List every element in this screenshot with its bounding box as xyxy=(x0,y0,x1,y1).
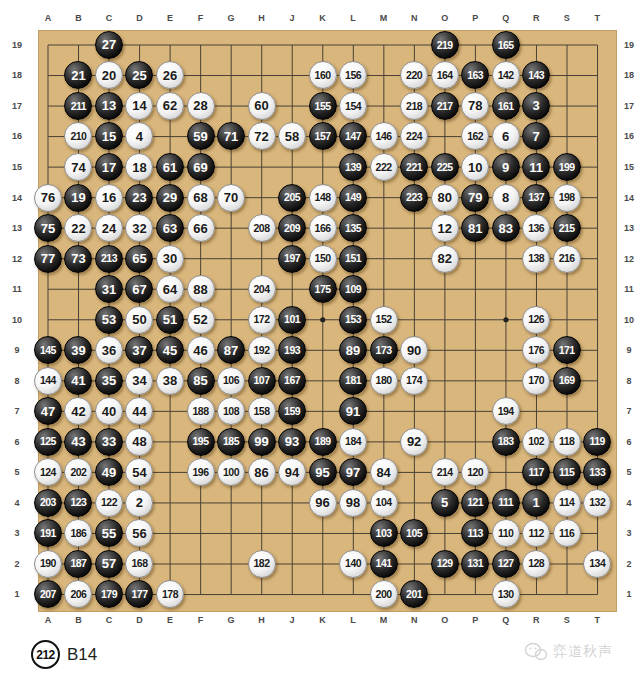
col-label-P: P xyxy=(460,12,491,24)
stone-D8-move-34[interactable]: 34 xyxy=(125,367,153,395)
stone-C18-move-20[interactable]: 20 xyxy=(95,61,123,89)
move-number: 21 xyxy=(71,69,85,82)
stone-P18-move-163[interactable]: 163 xyxy=(461,61,489,89)
stone-L6-move-184[interactable]: 184 xyxy=(339,428,367,456)
stone-Q15-move-9[interactable]: 9 xyxy=(492,153,520,181)
move-number: 96 xyxy=(315,496,329,509)
stone-S9-move-171[interactable]: 171 xyxy=(553,336,581,364)
move-number: 81 xyxy=(468,222,482,235)
stone-N8-move-174[interactable]: 174 xyxy=(400,367,428,395)
stone-J14-move-205[interactable]: 205 xyxy=(278,184,306,212)
move-number: 183 xyxy=(498,436,514,447)
stone-S12-move-216[interactable]: 216 xyxy=(553,245,581,273)
stone-R15-move-11[interactable]: 11 xyxy=(522,153,550,181)
stone-Q18-move-142[interactable]: 142 xyxy=(492,61,520,89)
stone-C15-move-17[interactable]: 17 xyxy=(95,153,123,181)
stone-E9-move-45[interactable]: 45 xyxy=(156,336,184,364)
stone-B4-move-123[interactable]: 123 xyxy=(64,489,92,517)
move-number: 95 xyxy=(315,466,329,479)
stone-A6-move-125[interactable]: 125 xyxy=(34,428,62,456)
stone-E12-move-30[interactable]: 30 xyxy=(156,245,184,273)
stone-J9-move-193[interactable]: 193 xyxy=(278,336,306,364)
stone-T6-move-119[interactable]: 119 xyxy=(583,428,611,456)
stone-F8-move-85[interactable]: 85 xyxy=(187,367,215,395)
move-number: 7 xyxy=(533,130,540,143)
stone-P5-move-120[interactable]: 120 xyxy=(461,458,489,486)
stone-E15-move-61[interactable]: 61 xyxy=(156,153,184,181)
stone-R13-move-136[interactable]: 136 xyxy=(522,214,550,242)
stone-E14-move-29[interactable]: 29 xyxy=(156,184,184,212)
stone-T2-move-134[interactable]: 134 xyxy=(583,550,611,578)
stone-K14-move-148[interactable]: 148 xyxy=(309,184,337,212)
stone-A1-move-207[interactable]: 207 xyxy=(34,580,62,608)
stone-C6-move-33[interactable]: 33 xyxy=(95,428,123,456)
stone-Q13-move-83[interactable]: 83 xyxy=(492,214,520,242)
stone-N14-move-223[interactable]: 223 xyxy=(400,184,428,212)
col-label-Q: Q xyxy=(490,614,521,626)
stone-B16-move-210[interactable]: 210 xyxy=(64,122,92,150)
row-label-9: 9 xyxy=(5,335,29,366)
stone-B1-move-206[interactable]: 206 xyxy=(64,580,92,608)
move-number: 155 xyxy=(315,101,331,112)
stone-F16-move-59[interactable]: 59 xyxy=(187,122,215,150)
move-number: 43 xyxy=(71,435,85,448)
stone-N18-move-220[interactable]: 220 xyxy=(400,61,428,89)
row-label-10: 10 xyxy=(5,304,29,335)
move-number: 179 xyxy=(101,589,117,600)
stone-C10-move-53[interactable]: 53 xyxy=(95,306,123,334)
stone-J7-move-159[interactable]: 159 xyxy=(278,397,306,425)
move-number: 198 xyxy=(559,192,575,203)
stone-P14-move-79[interactable]: 79 xyxy=(461,184,489,212)
stone-L13-move-135[interactable]: 135 xyxy=(339,214,367,242)
stone-L16-move-147[interactable]: 147 xyxy=(339,122,367,150)
stone-B5-move-202[interactable]: 202 xyxy=(64,458,92,486)
move-number: 63 xyxy=(163,222,177,235)
stone-Q7-move-194[interactable]: 194 xyxy=(492,397,520,425)
stone-C9-move-36[interactable]: 36 xyxy=(95,336,123,364)
stone-K6-move-189[interactable]: 189 xyxy=(309,428,337,456)
stone-D16-move-4[interactable]: 4 xyxy=(125,122,153,150)
move-number: 197 xyxy=(284,253,300,264)
stone-O17-move-217[interactable]: 217 xyxy=(431,92,459,120)
stone-Q14-move-8[interactable]: 8 xyxy=(492,184,520,212)
stone-M1-move-200[interactable]: 200 xyxy=(370,580,398,608)
stone-B7-move-42[interactable]: 42 xyxy=(64,397,92,425)
stone-O19-move-219[interactable]: 219 xyxy=(431,31,459,59)
stone-J5-move-94[interactable]: 94 xyxy=(278,458,306,486)
stone-C14-move-16[interactable]: 16 xyxy=(95,184,123,212)
stone-H11-move-204[interactable]: 204 xyxy=(248,275,276,303)
stone-J13-move-209[interactable]: 209 xyxy=(278,214,306,242)
col-label-N: N xyxy=(399,12,430,24)
stone-D17-move-14[interactable]: 14 xyxy=(125,92,153,120)
stone-H7-move-158[interactable]: 158 xyxy=(248,397,276,425)
stone-F17-move-28[interactable]: 28 xyxy=(187,92,215,120)
stone-Q19-move-165[interactable]: 165 xyxy=(492,31,520,59)
stone-L15-move-139[interactable]: 139 xyxy=(339,153,367,181)
stone-S4-move-114[interactable]: 114 xyxy=(553,489,581,517)
stone-A8-move-144[interactable]: 144 xyxy=(34,367,62,395)
stone-H10-move-172[interactable]: 172 xyxy=(248,306,276,334)
stone-A3-move-191[interactable]: 191 xyxy=(34,519,62,547)
stone-Q16-move-6[interactable]: 6 xyxy=(492,122,520,150)
stone-M10-move-152[interactable]: 152 xyxy=(370,306,398,334)
col-label-O: O xyxy=(429,12,460,24)
stone-L8-move-181[interactable]: 181 xyxy=(339,367,367,395)
stone-R5-move-117[interactable]: 117 xyxy=(522,458,550,486)
stone-A7-move-47[interactable]: 47 xyxy=(34,397,62,425)
stone-C11-move-31[interactable]: 31 xyxy=(95,275,123,303)
stone-E11-move-64[interactable]: 64 xyxy=(156,275,184,303)
move-number: 89 xyxy=(346,344,360,357)
stone-R10-move-126[interactable]: 126 xyxy=(522,306,550,334)
stone-O14-move-80[interactable]: 80 xyxy=(431,184,459,212)
stone-O18-move-164[interactable]: 164 xyxy=(431,61,459,89)
move-number: 33 xyxy=(102,435,116,448)
stone-D1-move-177[interactable]: 177 xyxy=(125,580,153,608)
stone-R6-move-102[interactable]: 102 xyxy=(522,428,550,456)
stone-R9-move-176[interactable]: 176 xyxy=(522,336,550,364)
stone-P2-move-131[interactable]: 131 xyxy=(461,550,489,578)
move-number: 142 xyxy=(498,70,514,81)
stone-D15-move-18[interactable]: 18 xyxy=(125,153,153,181)
stone-E10-move-51[interactable]: 51 xyxy=(156,306,184,334)
move-number: 125 xyxy=(40,436,56,447)
move-number: 224 xyxy=(406,131,422,142)
stone-J12-move-197[interactable]: 197 xyxy=(278,245,306,273)
move-number: 36 xyxy=(102,344,116,357)
stone-R12-move-138[interactable]: 138 xyxy=(522,245,550,273)
stone-D10-move-50[interactable]: 50 xyxy=(125,306,153,334)
move-number: 173 xyxy=(376,345,392,356)
stone-H9-move-192[interactable]: 192 xyxy=(248,336,276,364)
stone-B13-move-22[interactable]: 22 xyxy=(64,214,92,242)
move-number: 90 xyxy=(407,344,421,357)
stone-C3-move-55[interactable]: 55 xyxy=(95,519,123,547)
annotation-white-stone: 212 xyxy=(31,640,60,669)
stone-P15-move-10[interactable]: 10 xyxy=(461,153,489,181)
row-label-16: 16 xyxy=(5,121,29,152)
stone-K13-move-166[interactable]: 166 xyxy=(309,214,337,242)
stone-C19-move-27[interactable]: 27 xyxy=(95,31,123,59)
stone-P17-move-78[interactable]: 78 xyxy=(461,92,489,120)
stone-E17-move-62[interactable]: 62 xyxy=(156,92,184,120)
stone-Q4-move-111[interactable]: 111 xyxy=(492,489,520,517)
move-number: 165 xyxy=(498,40,514,51)
stone-M4-move-104[interactable]: 104 xyxy=(370,489,398,517)
stone-K5-move-95[interactable]: 95 xyxy=(309,458,337,486)
stone-R16-move-7[interactable]: 7 xyxy=(522,122,550,150)
move-number: 113 xyxy=(467,528,482,539)
stone-S14-move-198[interactable]: 198 xyxy=(553,184,581,212)
stone-R14-move-137[interactable]: 137 xyxy=(522,184,550,212)
stone-N6-move-92[interactable]: 92 xyxy=(400,428,428,456)
stone-H6-move-99[interactable]: 99 xyxy=(248,428,276,456)
stone-B3-move-186[interactable]: 186 xyxy=(64,519,92,547)
stone-C1-move-179[interactable]: 179 xyxy=(95,580,123,608)
stone-O5-move-214[interactable]: 214 xyxy=(431,458,459,486)
move-number: 93 xyxy=(285,435,299,448)
stone-R3-move-112[interactable]: 112 xyxy=(522,519,550,547)
move-number: 119 xyxy=(589,436,604,447)
stone-N15-move-221[interactable]: 221 xyxy=(400,153,428,181)
stone-K12-move-150[interactable]: 150 xyxy=(309,245,337,273)
stone-H2-move-182[interactable]: 182 xyxy=(248,550,276,578)
stone-P3-move-113[interactable]: 113 xyxy=(461,519,489,547)
stone-P13-move-81[interactable]: 81 xyxy=(461,214,489,242)
row-label-2: 2 xyxy=(5,548,29,579)
move-number: 188 xyxy=(193,406,209,417)
stone-K16-move-157[interactable]: 157 xyxy=(309,122,337,150)
stone-P4-move-121[interactable]: 121 xyxy=(461,489,489,517)
row-label-19: 19 xyxy=(5,30,29,61)
stone-D11-move-67[interactable]: 67 xyxy=(125,275,153,303)
stone-C17-move-13[interactable]: 13 xyxy=(95,92,123,120)
stone-C8-move-35[interactable]: 35 xyxy=(95,367,123,395)
stone-T5-move-133[interactable]: 133 xyxy=(583,458,611,486)
stone-N16-move-224[interactable]: 224 xyxy=(400,122,428,150)
stone-D3-move-56[interactable]: 56 xyxy=(125,519,153,547)
row-label-7: 7 xyxy=(5,396,29,427)
stone-G14-move-70[interactable]: 70 xyxy=(217,184,245,212)
stone-K11-move-175[interactable]: 175 xyxy=(309,275,337,303)
stone-B6-move-43[interactable]: 43 xyxy=(64,428,92,456)
stone-B14-move-19[interactable]: 19 xyxy=(64,184,92,212)
stone-M8-move-180[interactable]: 180 xyxy=(370,367,398,395)
stone-D4-move-2[interactable]: 2 xyxy=(125,489,153,517)
stone-S3-move-116[interactable]: 116 xyxy=(553,519,581,547)
move-number: 100 xyxy=(223,467,239,478)
move-number: 131 xyxy=(467,558,483,569)
move-number: 34 xyxy=(132,374,146,387)
stone-E8-move-38[interactable]: 38 xyxy=(156,367,184,395)
stone-M9-move-173[interactable]: 173 xyxy=(370,336,398,364)
stone-F11-move-88[interactable]: 88 xyxy=(187,275,215,303)
stone-L2-move-140[interactable]: 140 xyxy=(339,550,367,578)
move-number: 202 xyxy=(70,467,86,478)
stone-O15-move-225[interactable]: 225 xyxy=(431,153,459,181)
stone-D7-move-44[interactable]: 44 xyxy=(125,397,153,425)
stone-L11-move-109[interactable]: 109 xyxy=(339,275,367,303)
move-number: 61 xyxy=(163,161,177,174)
move-number: 121 xyxy=(467,497,483,508)
stone-Q17-move-161[interactable]: 161 xyxy=(492,92,520,120)
stone-R2-move-128[interactable]: 128 xyxy=(522,550,550,578)
move-number: 67 xyxy=(132,283,146,296)
stone-J6-move-93[interactable]: 93 xyxy=(278,428,306,456)
stone-R17-move-3[interactable]: 3 xyxy=(522,92,550,120)
stone-G9-move-87[interactable]: 87 xyxy=(217,336,245,364)
stone-S6-move-118[interactable]: 118 xyxy=(553,428,581,456)
move-number: 206 xyxy=(70,589,86,600)
move-number: 2 xyxy=(136,496,143,509)
stone-L18-move-156[interactable]: 156 xyxy=(339,61,367,89)
stone-L14-move-149[interactable]: 149 xyxy=(339,184,367,212)
move-number: 101 xyxy=(284,314,300,325)
stone-E1-move-178[interactable]: 178 xyxy=(156,580,184,608)
stone-F10-move-52[interactable]: 52 xyxy=(187,306,215,334)
move-number: 60 xyxy=(254,99,268,112)
stone-J10-move-101[interactable]: 101 xyxy=(278,306,306,334)
row-label-5: 5 xyxy=(5,457,29,488)
col-label-A: A xyxy=(33,12,64,24)
stone-A14-move-76[interactable]: 76 xyxy=(34,184,62,212)
move-number: 6 xyxy=(502,130,509,143)
move-number: 124 xyxy=(40,467,56,478)
stone-S5-move-115[interactable]: 115 xyxy=(553,458,581,486)
stone-D14-move-23[interactable]: 23 xyxy=(125,184,153,212)
stone-F14-move-68[interactable]: 68 xyxy=(187,184,215,212)
stone-B9-move-39[interactable]: 39 xyxy=(64,336,92,364)
move-number: 105 xyxy=(406,528,422,539)
move-number: 145 xyxy=(40,345,56,356)
stone-B12-move-73[interactable]: 73 xyxy=(64,245,92,273)
stone-L4-move-98[interactable]: 98 xyxy=(339,489,367,517)
stone-A5-move-124[interactable]: 124 xyxy=(34,458,62,486)
stone-L9-move-89[interactable]: 89 xyxy=(339,336,367,364)
stone-D2-move-168[interactable]: 168 xyxy=(125,550,153,578)
stone-K17-move-155[interactable]: 155 xyxy=(309,92,337,120)
stone-L10-move-153[interactable]: 153 xyxy=(339,306,367,334)
stone-K4-move-96[interactable]: 96 xyxy=(309,489,337,517)
stone-O13-move-12[interactable]: 12 xyxy=(431,214,459,242)
stone-M15-move-222[interactable]: 222 xyxy=(370,153,398,181)
stone-B8-move-41[interactable]: 41 xyxy=(64,367,92,395)
stone-B17-move-211[interactable]: 211 xyxy=(64,92,92,120)
stone-L7-move-91[interactable]: 91 xyxy=(339,397,367,425)
stone-N1-move-201[interactable]: 201 xyxy=(400,580,428,608)
stone-M3-move-103[interactable]: 103 xyxy=(370,519,398,547)
stone-H17-move-60[interactable]: 60 xyxy=(248,92,276,120)
stone-E18-move-26[interactable]: 26 xyxy=(156,61,184,89)
move-number: 45 xyxy=(163,344,177,357)
move-number: 41 xyxy=(71,374,85,387)
stone-E13-move-63[interactable]: 63 xyxy=(156,214,184,242)
row-label-17: 17 xyxy=(5,91,29,122)
col-label-A: A xyxy=(33,614,64,626)
stone-N17-move-218[interactable]: 218 xyxy=(400,92,428,120)
stone-O4-move-5[interactable]: 5 xyxy=(431,489,459,517)
stone-B15-move-74[interactable]: 74 xyxy=(64,153,92,181)
stone-H5-move-86[interactable]: 86 xyxy=(248,458,276,486)
stone-A2-move-190[interactable]: 190 xyxy=(34,550,62,578)
stone-M2-move-141[interactable]: 141 xyxy=(370,550,398,578)
stone-L12-move-151[interactable]: 151 xyxy=(339,245,367,273)
stone-A9-move-145[interactable]: 145 xyxy=(34,336,62,364)
stone-F5-move-196[interactable]: 196 xyxy=(187,458,215,486)
stone-S8-move-169[interactable]: 169 xyxy=(553,367,581,395)
stone-C16-move-15[interactable]: 15 xyxy=(95,122,123,150)
stone-C12-move-213[interactable]: 213 xyxy=(95,245,123,273)
stone-R4-move-1[interactable]: 1 xyxy=(522,489,550,517)
col-label-C: C xyxy=(94,12,125,24)
move-number: 76 xyxy=(41,191,55,204)
stone-G5-move-100[interactable]: 100 xyxy=(217,458,245,486)
move-number: 53 xyxy=(102,313,116,326)
stone-P16-move-162[interactable]: 162 xyxy=(461,122,489,150)
stone-B2-move-187[interactable]: 187 xyxy=(64,550,92,578)
move-number: 164 xyxy=(437,70,453,81)
stone-F7-move-188[interactable]: 188 xyxy=(187,397,215,425)
stone-J16-move-58[interactable]: 58 xyxy=(278,122,306,150)
stone-H8-move-107[interactable]: 107 xyxy=(248,367,276,395)
stone-D6-move-48[interactable]: 48 xyxy=(125,428,153,456)
move-number: 159 xyxy=(284,406,300,417)
stone-C2-move-57[interactable]: 57 xyxy=(95,550,123,578)
stone-N9-move-90[interactable]: 90 xyxy=(400,336,428,364)
stone-Q3-move-110[interactable]: 110 xyxy=(492,519,520,547)
col-label-O: O xyxy=(429,614,460,626)
move-number: 16 xyxy=(102,191,116,204)
stone-B18-move-21[interactable]: 21 xyxy=(64,61,92,89)
stone-R8-move-170[interactable]: 170 xyxy=(522,367,550,395)
stone-M16-move-146[interactable]: 146 xyxy=(370,122,398,150)
stone-S15-move-199[interactable]: 199 xyxy=(553,153,581,181)
stone-D12-move-65[interactable]: 65 xyxy=(125,245,153,273)
stone-C4-move-122[interactable]: 122 xyxy=(95,489,123,517)
stone-C13-move-24[interactable]: 24 xyxy=(95,214,123,242)
row-label-15: 15 xyxy=(617,152,640,183)
move-number: 84 xyxy=(376,466,390,479)
row-label-8: 8 xyxy=(617,365,640,396)
move-number: 72 xyxy=(254,130,268,143)
stone-A4-move-203[interactable]: 203 xyxy=(34,489,62,517)
stone-S13-move-215[interactable]: 215 xyxy=(553,214,581,242)
stone-C7-move-40[interactable]: 40 xyxy=(95,397,123,425)
stone-F15-move-69[interactable]: 69 xyxy=(187,153,215,181)
stone-H13-move-208[interactable]: 208 xyxy=(248,214,276,242)
move-number: 88 xyxy=(193,283,207,296)
stone-M5-move-84[interactable]: 84 xyxy=(370,458,398,486)
stone-G16-move-71[interactable]: 71 xyxy=(217,122,245,150)
stone-Q2-move-127[interactable]: 127 xyxy=(492,550,520,578)
stone-K18-move-160[interactable]: 160 xyxy=(309,61,337,89)
stone-T4-move-132[interactable]: 132 xyxy=(583,489,611,517)
stone-A13-move-75[interactable]: 75 xyxy=(34,214,62,242)
move-number: 161 xyxy=(498,101,514,112)
stone-A12-move-77[interactable]: 77 xyxy=(34,245,62,273)
stone-O12-move-82[interactable]: 82 xyxy=(431,245,459,273)
stone-F6-move-195[interactable]: 195 xyxy=(187,428,215,456)
stone-L5-move-97[interactable]: 97 xyxy=(339,458,367,486)
stone-H16-move-72[interactable]: 72 xyxy=(248,122,276,150)
stone-F9-move-46[interactable]: 46 xyxy=(187,336,215,364)
stone-D9-move-37[interactable]: 37 xyxy=(125,336,153,364)
stone-J8-move-167[interactable]: 167 xyxy=(278,367,306,395)
move-number: 181 xyxy=(345,375,361,386)
stone-L17-move-154[interactable]: 154 xyxy=(339,92,367,120)
stone-G6-move-185[interactable]: 185 xyxy=(217,428,245,456)
stone-C5-move-49[interactable]: 49 xyxy=(95,458,123,486)
row-label-15: 15 xyxy=(5,152,29,183)
stone-Q1-move-130[interactable]: 130 xyxy=(492,580,520,608)
stone-F13-move-66[interactable]: 66 xyxy=(187,214,215,242)
move-number: 223 xyxy=(406,192,422,203)
move-number: 116 xyxy=(559,528,574,539)
stone-D5-move-54[interactable]: 54 xyxy=(125,458,153,486)
stone-D13-move-32[interactable]: 32 xyxy=(125,214,153,242)
move-number: 68 xyxy=(193,191,207,204)
stone-G7-move-108[interactable]: 108 xyxy=(217,397,245,425)
stone-G8-move-106[interactable]: 106 xyxy=(217,367,245,395)
stone-Q6-move-183[interactable]: 183 xyxy=(492,428,520,456)
stone-O2-move-129[interactable]: 129 xyxy=(431,550,459,578)
stone-D18-move-25[interactable]: 25 xyxy=(125,61,153,89)
stone-N3-move-105[interactable]: 105 xyxy=(400,519,428,547)
stone-R18-move-143[interactable]: 143 xyxy=(522,61,550,89)
row-label-16: 16 xyxy=(617,121,640,152)
